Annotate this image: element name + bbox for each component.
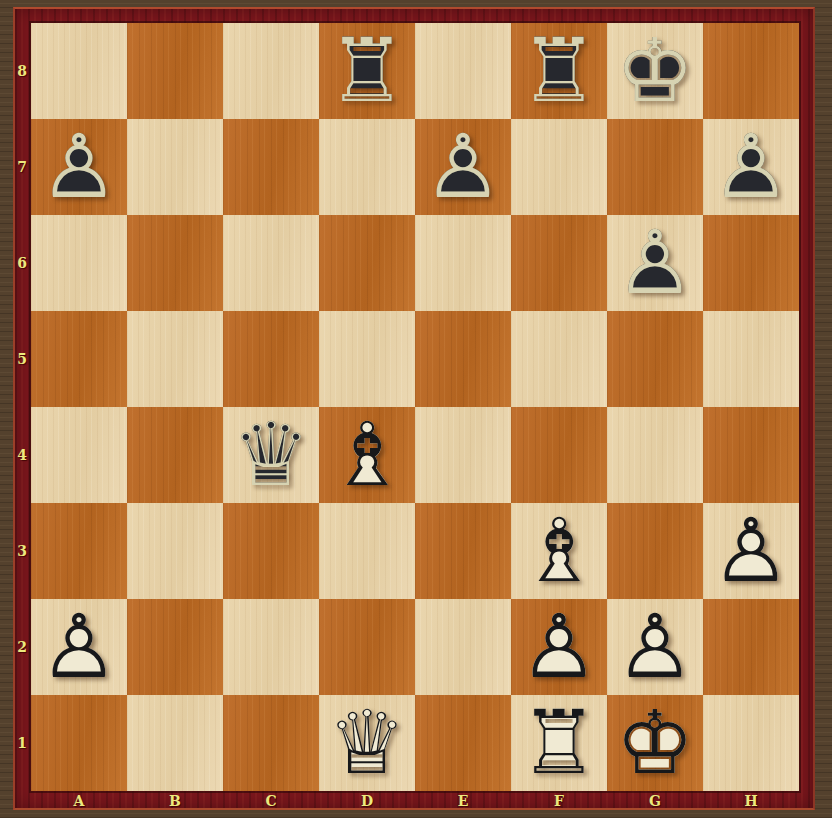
square-h3[interactable]: ♟♙	[703, 503, 799, 599]
piece-black-king[interactable]: ♚♔	[607, 23, 703, 119]
square-f7[interactable]	[511, 119, 607, 215]
queen-glyph-outline: ♕	[223, 407, 319, 503]
pawn-glyph-outline: ♙	[31, 119, 127, 215]
piece-black-pawn[interactable]: ♟♙	[703, 119, 799, 215]
square-c4[interactable]: ♛♕	[223, 407, 319, 503]
piece-black-queen[interactable]: ♛♕	[223, 407, 319, 503]
square-b6[interactable]	[127, 215, 223, 311]
square-a4[interactable]	[31, 407, 127, 503]
square-e1[interactable]	[415, 695, 511, 791]
square-d5[interactable]	[319, 311, 415, 407]
pawn-glyph-outline: ♙	[703, 119, 799, 215]
square-b8[interactable]	[127, 23, 223, 119]
square-g8[interactable]: ♚♔	[607, 23, 703, 119]
file-label-e: E	[415, 791, 511, 810]
square-e3[interactable]	[415, 503, 511, 599]
square-b7[interactable]	[127, 119, 223, 215]
square-e7[interactable]: ♟♙	[415, 119, 511, 215]
chess-board[interactable]: ♜♖♜♖♚♔♟♙♟♙♟♙♟♙♛♕♝♗♝♗♟♙♟♙♟♙♟♙♛♕♜♖♚♔	[31, 23, 799, 791]
square-c7[interactable]	[223, 119, 319, 215]
square-f6[interactable]	[511, 215, 607, 311]
rank-label-7: 7	[13, 119, 31, 215]
square-d6[interactable]	[319, 215, 415, 311]
rank-label-8: 8	[13, 23, 31, 119]
piece-black-rook[interactable]: ♜♖	[511, 23, 607, 119]
square-g7[interactable]	[607, 119, 703, 215]
piece-white-rook[interactable]: ♜♖	[511, 695, 607, 791]
rank-label-6: 6	[13, 215, 31, 311]
square-d4[interactable]: ♝♗	[319, 407, 415, 503]
square-g5[interactable]	[607, 311, 703, 407]
square-f3[interactable]: ♝♗	[511, 503, 607, 599]
square-h7[interactable]: ♟♙	[703, 119, 799, 215]
rank-labels: 87654321	[13, 23, 31, 791]
square-c6[interactable]	[223, 215, 319, 311]
piece-white-pawn[interactable]: ♟♙	[31, 599, 127, 695]
bishop-glyph-outline: ♗	[511, 503, 607, 599]
bishop-glyph-outline: ♗	[319, 407, 415, 503]
square-b1[interactable]	[127, 695, 223, 791]
file-label-c: C	[223, 791, 319, 810]
piece-white-pawn[interactable]: ♟♙	[703, 503, 799, 599]
square-a3[interactable]	[31, 503, 127, 599]
square-d2[interactable]	[319, 599, 415, 695]
square-e5[interactable]	[415, 311, 511, 407]
square-a6[interactable]	[31, 215, 127, 311]
piece-white-pawn[interactable]: ♟♙	[607, 599, 703, 695]
queen-glyph-outline: ♕	[319, 695, 415, 791]
file-label-a: A	[31, 791, 127, 810]
pawn-glyph-outline: ♙	[607, 599, 703, 695]
rank-label-1: 1	[13, 695, 31, 791]
square-d8[interactable]: ♜♖	[319, 23, 415, 119]
square-c2[interactable]	[223, 599, 319, 695]
square-b2[interactable]	[127, 599, 223, 695]
square-d7[interactable]	[319, 119, 415, 215]
square-f5[interactable]	[511, 311, 607, 407]
square-h4[interactable]	[703, 407, 799, 503]
square-f4[interactable]	[511, 407, 607, 503]
king-glyph-outline: ♔	[607, 23, 703, 119]
square-a8[interactable]	[31, 23, 127, 119]
chessboard-frame: 87654321 ABCDEFGH ♜♖♜♖♚♔♟♙♟♙♟♙♟♙♛♕♝♗♝♗♟♙…	[0, 0, 832, 818]
square-f8[interactable]: ♜♖	[511, 23, 607, 119]
piece-black-rook[interactable]: ♜♖	[319, 23, 415, 119]
pawn-glyph-outline: ♙	[511, 599, 607, 695]
square-b5[interactable]	[127, 311, 223, 407]
pawn-glyph-outline: ♙	[607, 215, 703, 311]
piece-black-pawn[interactable]: ♟♙	[415, 119, 511, 215]
square-a5[interactable]	[31, 311, 127, 407]
rook-glyph-outline: ♖	[511, 695, 607, 791]
rank-label-4: 4	[13, 407, 31, 503]
square-f2[interactable]: ♟♙	[511, 599, 607, 695]
square-g2[interactable]: ♟♙	[607, 599, 703, 695]
square-h2[interactable]	[703, 599, 799, 695]
piece-black-pawn[interactable]: ♟♙	[31, 119, 127, 215]
square-f1[interactable]: ♜♖	[511, 695, 607, 791]
rank-label-3: 3	[13, 503, 31, 599]
square-d1[interactable]: ♛♕	[319, 695, 415, 791]
square-b3[interactable]	[127, 503, 223, 599]
rank-label-2: 2	[13, 599, 31, 695]
piece-white-pawn[interactable]: ♟♙	[511, 599, 607, 695]
square-a7[interactable]: ♟♙	[31, 119, 127, 215]
square-a2[interactable]: ♟♙	[31, 599, 127, 695]
square-e8[interactable]	[415, 23, 511, 119]
pawn-glyph-outline: ♙	[415, 119, 511, 215]
square-g4[interactable]	[607, 407, 703, 503]
rook-glyph-outline: ♖	[319, 23, 415, 119]
rank-label-5: 5	[13, 311, 31, 407]
square-a1[interactable]	[31, 695, 127, 791]
square-h6[interactable]	[703, 215, 799, 311]
square-e4[interactable]	[415, 407, 511, 503]
square-c8[interactable]	[223, 23, 319, 119]
piece-white-king[interactable]: ♚♔	[607, 695, 703, 791]
square-d3[interactable]	[319, 503, 415, 599]
square-g1[interactable]: ♚♔	[607, 695, 703, 791]
square-c1[interactable]	[223, 695, 319, 791]
piece-white-bishop[interactable]: ♝♗	[511, 503, 607, 599]
pawn-glyph-outline: ♙	[703, 503, 799, 599]
square-h5[interactable]	[703, 311, 799, 407]
file-label-b: B	[127, 791, 223, 810]
square-e2[interactable]	[415, 599, 511, 695]
square-e6[interactable]	[415, 215, 511, 311]
pawn-glyph-outline: ♙	[31, 599, 127, 695]
square-c3[interactable]	[223, 503, 319, 599]
piece-white-bishop[interactable]: ♝♗	[319, 407, 415, 503]
king-glyph-outline: ♔	[607, 695, 703, 791]
square-h1[interactable]	[703, 695, 799, 791]
rook-glyph-outline: ♖	[511, 23, 607, 119]
piece-white-queen[interactable]: ♛♕	[319, 695, 415, 791]
square-b4[interactable]	[127, 407, 223, 503]
square-g3[interactable]	[607, 503, 703, 599]
piece-black-pawn[interactable]: ♟♙	[607, 215, 703, 311]
square-c5[interactable]	[223, 311, 319, 407]
file-label-h: H	[703, 791, 799, 810]
square-h8[interactable]	[703, 23, 799, 119]
square-g6[interactable]: ♟♙	[607, 215, 703, 311]
